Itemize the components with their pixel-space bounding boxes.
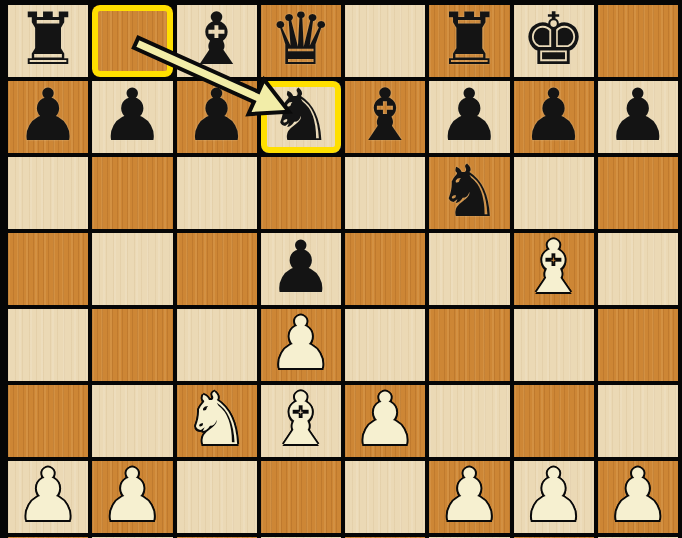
chess-app: ♜♝♛♜♚♟♟♟♞♝♟♟♟♞♟♝♟♞♝♟♟♟♟♟♟♜♛♚♞♜ [0, 0, 682, 538]
square-h7[interactable]: ♟ [598, 81, 678, 153]
square-a5[interactable] [8, 233, 88, 305]
square-d7[interactable]: ♞ [261, 81, 341, 153]
square-a6[interactable] [8, 157, 88, 229]
square-e5[interactable] [345, 233, 425, 305]
piece-black-bishop: ♝ [184, 3, 249, 75]
chess-board: ♜♝♛♜♚♟♟♟♞♝♟♟♟♞♟♝♟♞♝♟♟♟♟♟♟♜♛♚♞♜ [0, 0, 682, 538]
square-h5[interactable] [598, 233, 678, 305]
square-b7[interactable]: ♟ [92, 81, 172, 153]
square-a8[interactable]: ♜ [8, 5, 88, 77]
square-f3[interactable] [429, 385, 509, 457]
piece-black-rook: ♜ [16, 3, 81, 75]
square-b2[interactable]: ♟ [92, 461, 172, 533]
square-h8[interactable] [598, 5, 678, 77]
square-e4[interactable] [345, 309, 425, 381]
square-g7[interactable]: ♟ [514, 81, 594, 153]
square-b8[interactable] [92, 5, 172, 77]
piece-black-queen: ♛ [269, 3, 334, 75]
piece-black-pawn: ♟ [184, 79, 249, 151]
square-f6[interactable]: ♞ [429, 157, 509, 229]
piece-black-pawn: ♟ [606, 79, 671, 151]
piece-white-pawn: ♟ [606, 459, 671, 531]
square-b6[interactable] [92, 157, 172, 229]
piece-black-knight: ♞ [269, 79, 334, 151]
piece-white-bishop: ♝ [269, 383, 334, 455]
square-f2[interactable]: ♟ [429, 461, 509, 533]
piece-black-pawn: ♟ [437, 79, 502, 151]
square-h4[interactable] [598, 309, 678, 381]
square-c3[interactable]: ♞ [177, 385, 257, 457]
square-d5[interactable]: ♟ [261, 233, 341, 305]
piece-black-bishop: ♝ [353, 79, 418, 151]
square-f7[interactable]: ♟ [429, 81, 509, 153]
square-f4[interactable] [429, 309, 509, 381]
square-a3[interactable] [8, 385, 88, 457]
piece-black-knight: ♞ [437, 155, 502, 227]
square-e6[interactable] [345, 157, 425, 229]
square-f8[interactable]: ♜ [429, 5, 509, 77]
square-d6[interactable] [261, 157, 341, 229]
square-g8[interactable]: ♚ [514, 5, 594, 77]
piece-white-pawn: ♟ [437, 459, 502, 531]
piece-white-pawn: ♟ [353, 383, 418, 455]
square-c5[interactable] [177, 233, 257, 305]
piece-white-pawn: ♟ [521, 459, 586, 531]
square-d8[interactable]: ♛ [261, 5, 341, 77]
square-c7[interactable]: ♟ [177, 81, 257, 153]
square-c6[interactable] [177, 157, 257, 229]
piece-black-king: ♚ [521, 3, 586, 75]
square-g4[interactable] [514, 309, 594, 381]
square-g2[interactable]: ♟ [514, 461, 594, 533]
piece-black-pawn: ♟ [269, 231, 334, 303]
piece-black-rook: ♜ [437, 3, 502, 75]
square-b5[interactable] [92, 233, 172, 305]
square-d4[interactable]: ♟ [261, 309, 341, 381]
square-e3[interactable]: ♟ [345, 385, 425, 457]
square-g3[interactable] [514, 385, 594, 457]
piece-black-pawn: ♟ [521, 79, 586, 151]
square-a7[interactable]: ♟ [8, 81, 88, 153]
piece-black-pawn: ♟ [16, 79, 81, 151]
piece-white-pawn: ♟ [100, 459, 165, 531]
square-b3[interactable] [92, 385, 172, 457]
square-a2[interactable]: ♟ [8, 461, 88, 533]
square-e7[interactable]: ♝ [345, 81, 425, 153]
square-b4[interactable] [92, 309, 172, 381]
square-c2[interactable] [177, 461, 257, 533]
square-d2[interactable] [261, 461, 341, 533]
piece-white-knight: ♞ [184, 383, 249, 455]
piece-white-pawn: ♟ [269, 307, 334, 379]
piece-white-bishop: ♝ [521, 231, 586, 303]
square-e8[interactable] [345, 5, 425, 77]
square-d3[interactable]: ♝ [261, 385, 341, 457]
square-c4[interactable] [177, 309, 257, 381]
square-f5[interactable] [429, 233, 509, 305]
square-h3[interactable] [598, 385, 678, 457]
piece-black-pawn: ♟ [100, 79, 165, 151]
square-e2[interactable] [345, 461, 425, 533]
square-c8[interactable]: ♝ [177, 5, 257, 77]
square-g5[interactable]: ♝ [514, 233, 594, 305]
square-a4[interactable] [8, 309, 88, 381]
square-h6[interactable] [598, 157, 678, 229]
square-g6[interactable] [514, 157, 594, 229]
square-h2[interactable]: ♟ [598, 461, 678, 533]
piece-white-pawn: ♟ [16, 459, 81, 531]
